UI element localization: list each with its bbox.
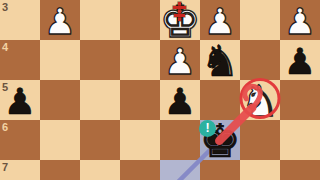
great-move-badge: ! xyxy=(199,120,216,137)
pieces-layer: ♟♚♟♟♟♞♟♟♟♞♚ xyxy=(0,0,320,180)
white-pawn[interactable]: ♟ xyxy=(40,1,80,41)
white-pawn[interactable]: ♟ xyxy=(200,1,240,41)
chess-board-screenshot: 34567 ♟♚♟♟♟♞♟♟♟♞♚ ! xyxy=(0,0,320,180)
black-pawn[interactable]: ♟ xyxy=(0,81,40,121)
black-pawn[interactable]: ♟ xyxy=(160,81,200,121)
black-pawn[interactable]: ♟ xyxy=(280,41,320,81)
king-red-cross xyxy=(173,6,186,9)
white-king[interactable]: ♚ xyxy=(160,1,200,41)
white-pawn[interactable]: ♟ xyxy=(280,1,320,41)
king-red-cross xyxy=(174,14,185,17)
king-red-cross xyxy=(178,2,181,21)
white-pawn[interactable]: ♟ xyxy=(160,41,200,81)
white-knight[interactable]: ♞ xyxy=(240,81,280,121)
black-knight[interactable]: ♞ xyxy=(200,41,240,81)
